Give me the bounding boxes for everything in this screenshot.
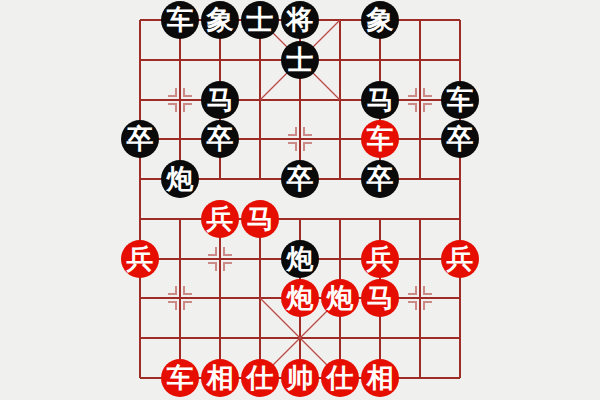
piece-black-soldier[interactable]: 卒 xyxy=(201,120,239,158)
piece-black-soldier[interactable]: 卒 xyxy=(281,160,319,198)
piece-black-horse[interactable]: 马 xyxy=(361,81,399,119)
piece-red-soldier[interactable]: 兵 xyxy=(361,240,399,278)
piece-black-elephant[interactable]: 象 xyxy=(201,1,239,39)
piece-red-soldier[interactable]: 兵 xyxy=(201,200,239,238)
piece-red-rook[interactable]: 车 xyxy=(161,359,199,397)
piece-black-rook[interactable]: 车 xyxy=(441,81,479,119)
piece-black-soldier[interactable]: 卒 xyxy=(121,120,159,158)
piece-red-cannon[interactable]: 炮 xyxy=(281,279,319,317)
piece-red-advisor[interactable]: 仕 xyxy=(241,359,279,397)
piece-black-rook[interactable]: 车 xyxy=(161,1,199,39)
piece-red-cannon[interactable]: 炮 xyxy=(321,279,359,317)
xiangqi-board: 车象士将象士马马车卒卒车卒炮卒卒兵马兵炮兵兵炮炮马车相仕帅仕相 xyxy=(0,0,600,400)
piece-red-soldier[interactable]: 兵 xyxy=(441,240,479,278)
piece-black-elephant[interactable]: 象 xyxy=(361,1,399,39)
piece-black-horse[interactable]: 马 xyxy=(201,81,239,119)
piece-black-soldier[interactable]: 卒 xyxy=(441,120,479,158)
piece-black-cannon[interactable]: 炮 xyxy=(281,240,319,278)
piece-black-soldier[interactable]: 卒 xyxy=(361,160,399,198)
piece-red-elephant[interactable]: 相 xyxy=(361,359,399,397)
piece-red-advisor[interactable]: 仕 xyxy=(321,359,359,397)
piece-red-elephant[interactable]: 相 xyxy=(201,359,239,397)
piece-red-general[interactable]: 帅 xyxy=(281,359,319,397)
piece-black-advisor[interactable]: 士 xyxy=(241,1,279,39)
piece-red-rook[interactable]: 车 xyxy=(361,120,399,158)
piece-red-horse[interactable]: 马 xyxy=(361,279,399,317)
piece-red-soldier[interactable]: 兵 xyxy=(121,240,159,278)
piece-black-advisor[interactable]: 士 xyxy=(281,41,319,79)
piece-black-cannon[interactable]: 炮 xyxy=(161,160,199,198)
piece-black-general[interactable]: 将 xyxy=(281,1,319,39)
piece-red-horse[interactable]: 马 xyxy=(241,200,279,238)
